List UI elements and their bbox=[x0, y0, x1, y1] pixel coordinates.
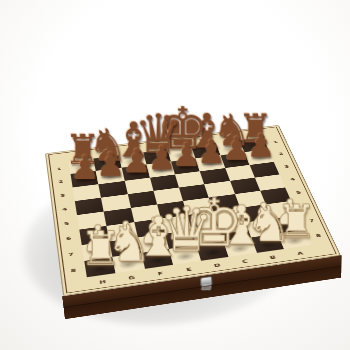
coordinate-label-H: H bbox=[87, 275, 118, 290]
square-b6 bbox=[99, 181, 128, 198]
coordinate-label-D: D bbox=[202, 259, 233, 273]
coordinate-label-F: F bbox=[145, 267, 176, 281]
chess-board: HGFEDCBA HGFEDCBA 12345678 12345678 ♜♞♝♛… bbox=[45, 125, 341, 296]
black-pawn: ♟ bbox=[222, 132, 251, 164]
black-pawn: ♟ bbox=[197, 135, 226, 167]
coordinate-label-A: A bbox=[285, 247, 316, 261]
coordinate-label-G: G bbox=[116, 271, 147, 285]
board-grid: ♜♞♝♛♚♝♞♜♟♟♟♟♟♟♟♟♟♟♟♟♟♟♟♟♜♞♝♛♚♝♞♜ bbox=[69, 138, 311, 278]
product-photo: HGFEDCBA HGFEDCBA 12345678 12345678 ♜♞♝♛… bbox=[0, 0, 350, 350]
coordinate-label-C: C bbox=[230, 255, 261, 269]
clasp-latch bbox=[199, 276, 213, 290]
clasp-hook-icon bbox=[201, 283, 212, 290]
square-a1: ♜ bbox=[84, 257, 116, 277]
white-rook: ♜ bbox=[80, 226, 122, 273]
black-pawn: ♟ bbox=[96, 147, 126, 180]
coordinate-label-2: 2 bbox=[52, 175, 70, 190]
coordinate-label-B: B bbox=[257, 251, 288, 265]
scene-3d: HGFEDCBA HGFEDCBA 12345678 12345678 ♜♞♝♛… bbox=[0, 0, 350, 350]
square-d6 bbox=[150, 174, 179, 190]
square-h5 bbox=[255, 174, 286, 190]
square-b5 bbox=[101, 194, 130, 211]
black-pawn: ♟ bbox=[70, 150, 100, 183]
black-pawn: ♟ bbox=[122, 144, 152, 177]
coordinate-label-E: E bbox=[173, 263, 204, 277]
